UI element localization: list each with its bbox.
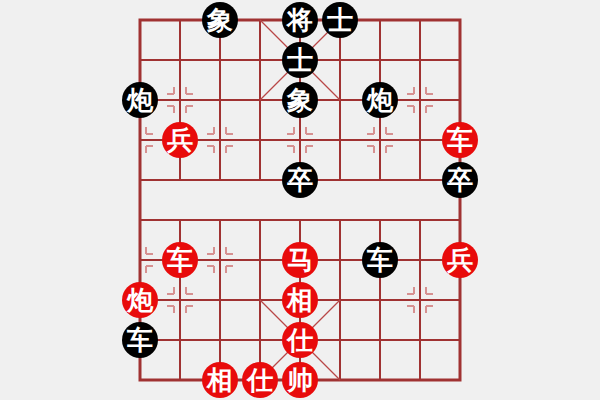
piece-black-soldier[interactable]: 卒	[442, 162, 478, 198]
piece-black-chariot[interactable]: 车	[122, 322, 158, 358]
piece-red-horse[interactable]: 马	[282, 242, 318, 278]
piece-red-advisor[interactable]: 仕	[242, 362, 278, 398]
xiangqi-board[interactable]: 象将士士炮象炮兵车卒卒车马车兵炮相车仕相仕帅	[0, 0, 600, 400]
piece-red-advisor[interactable]: 仕	[282, 322, 318, 358]
piece-black-soldier[interactable]: 卒	[282, 162, 318, 198]
piece-red-general[interactable]: 帅	[282, 362, 318, 398]
piece-black-general[interactable]: 将	[282, 2, 318, 38]
piece-red-soldier[interactable]: 兵	[442, 242, 478, 278]
piece-red-cannon[interactable]: 炮	[122, 282, 158, 318]
piece-red-chariot[interactable]: 车	[442, 122, 478, 158]
piece-black-chariot[interactable]: 车	[362, 242, 398, 278]
piece-red-elephant[interactable]: 相	[202, 362, 238, 398]
piece-red-chariot[interactable]: 车	[162, 242, 198, 278]
piece-black-elephant[interactable]: 象	[282, 82, 318, 118]
piece-black-advisor[interactable]: 士	[282, 42, 318, 78]
piece-black-elephant[interactable]: 象	[202, 2, 238, 38]
piece-black-advisor[interactable]: 士	[322, 2, 358, 38]
piece-red-soldier[interactable]: 兵	[162, 122, 198, 158]
pieces-layer: 象将士士炮象炮兵车卒卒车马车兵炮相车仕相仕帅	[120, 0, 480, 400]
piece-black-cannon[interactable]: 炮	[362, 82, 398, 118]
piece-red-elephant[interactable]: 相	[282, 282, 318, 318]
piece-black-cannon[interactable]: 炮	[122, 82, 158, 118]
